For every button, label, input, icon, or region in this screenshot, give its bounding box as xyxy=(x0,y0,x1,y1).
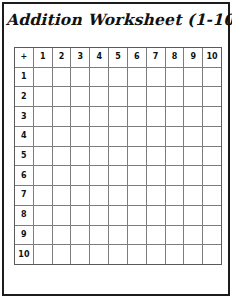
answer-cell-r1-c10 xyxy=(203,68,221,87)
answer-cell-r6-c8 xyxy=(166,166,184,185)
answer-cell-r3-c4 xyxy=(90,107,108,126)
answer-cell-r8-c4 xyxy=(90,206,108,225)
answer-cell-r4-c7 xyxy=(147,127,165,146)
answer-cell-r10-c4 xyxy=(90,245,108,264)
answer-cell-r7-c2 xyxy=(53,186,71,205)
answer-cell-r1-c6 xyxy=(128,68,146,87)
corner-plus-cell: + xyxy=(15,48,33,67)
answer-cell-r10-c9 xyxy=(184,245,202,264)
answer-cell-r8-c9 xyxy=(184,206,202,225)
answer-cell-r4-c2 xyxy=(53,127,71,146)
answer-cell-r4-c3 xyxy=(71,127,89,146)
answer-cell-r1-c1 xyxy=(34,68,52,87)
answer-cell-r9-c2 xyxy=(53,226,71,245)
column-header-8: 8 xyxy=(166,48,184,67)
answer-cell-r2-c2 xyxy=(53,87,71,106)
answer-cell-r3-c2 xyxy=(53,107,71,126)
row-header-3: 3 xyxy=(15,107,33,126)
answer-cell-r2-c10 xyxy=(203,87,221,106)
answer-cell-r2-c8 xyxy=(166,87,184,106)
row-header-9: 9 xyxy=(15,226,33,245)
answer-cell-r6-c5 xyxy=(109,166,127,185)
answer-cell-r8-c10 xyxy=(203,206,221,225)
answer-cell-r1-c3 xyxy=(71,68,89,87)
answer-cell-r3-c5 xyxy=(109,107,127,126)
answer-cell-r2-c9 xyxy=(184,87,202,106)
answer-cell-r1-c9 xyxy=(184,68,202,87)
column-header-4: 4 xyxy=(90,48,108,67)
column-header-6: 6 xyxy=(128,48,146,67)
answer-cell-r8-c5 xyxy=(109,206,127,225)
answer-cell-r7-c7 xyxy=(147,186,165,205)
answer-cell-r5-c1 xyxy=(34,147,52,166)
answer-cell-r4-c8 xyxy=(166,127,184,146)
answer-cell-r10-c7 xyxy=(147,245,165,264)
answer-cell-r6-c1 xyxy=(34,166,52,185)
answer-cell-r10-c8 xyxy=(166,245,184,264)
row-header-2: 2 xyxy=(15,87,33,106)
answer-cell-r7-c5 xyxy=(109,186,127,205)
answer-cell-r3-c7 xyxy=(147,107,165,126)
answer-cell-r1-c7 xyxy=(147,68,165,87)
answer-cell-r5-c8 xyxy=(166,147,184,166)
row-header-7: 7 xyxy=(15,186,33,205)
answer-cell-r4-c4 xyxy=(90,127,108,146)
answer-cell-r5-c9 xyxy=(184,147,202,166)
column-header-7: 7 xyxy=(147,48,165,67)
answer-cell-r7-c6 xyxy=(128,186,146,205)
answer-cell-r2-c3 xyxy=(71,87,89,106)
answer-cell-r3-c9 xyxy=(184,107,202,126)
addition-table-grid: +1234567891012345678910 xyxy=(14,47,222,265)
answer-cell-r1-c5 xyxy=(109,68,127,87)
row-header-6: 6 xyxy=(15,166,33,185)
answer-cell-r5-c6 xyxy=(128,147,146,166)
answer-cell-r4-c1 xyxy=(34,127,52,146)
answer-cell-r6-c7 xyxy=(147,166,165,185)
answer-cell-r9-c9 xyxy=(184,226,202,245)
column-header-1: 1 xyxy=(34,48,52,67)
answer-cell-r7-c1 xyxy=(34,186,52,205)
answer-cell-r4-c10 xyxy=(203,127,221,146)
answer-cell-r1-c4 xyxy=(90,68,108,87)
answer-cell-r4-c9 xyxy=(184,127,202,146)
answer-cell-r1-c8 xyxy=(166,68,184,87)
answer-cell-r9-c4 xyxy=(90,226,108,245)
row-header-4: 4 xyxy=(15,127,33,146)
answer-cell-r2-c7 xyxy=(147,87,165,106)
answer-cell-r3-c3 xyxy=(71,107,89,126)
answer-cell-r3-c10 xyxy=(203,107,221,126)
answer-cell-r8-c1 xyxy=(34,206,52,225)
answer-cell-r8-c2 xyxy=(53,206,71,225)
answer-cell-r9-c8 xyxy=(166,226,184,245)
answer-cell-r8-c8 xyxy=(166,206,184,225)
answer-cell-r10-c2 xyxy=(53,245,71,264)
answer-cell-r6-c4 xyxy=(90,166,108,185)
answer-cell-r10-c6 xyxy=(128,245,146,264)
answer-cell-r2-c5 xyxy=(109,87,127,106)
row-header-10: 10 xyxy=(15,245,33,264)
answer-cell-r1-c2 xyxy=(53,68,71,87)
answer-cell-r9-c6 xyxy=(128,226,146,245)
column-header-10: 10 xyxy=(203,48,221,67)
column-header-9: 9 xyxy=(184,48,202,67)
answer-cell-r7-c10 xyxy=(203,186,221,205)
answer-cell-r5-c4 xyxy=(90,147,108,166)
answer-cell-r4-c6 xyxy=(128,127,146,146)
answer-cell-r4-c5 xyxy=(109,127,127,146)
answer-cell-r5-c7 xyxy=(147,147,165,166)
row-header-1: 1 xyxy=(15,68,33,87)
answer-cell-r2-c1 xyxy=(34,87,52,106)
answer-cell-r6-c3 xyxy=(71,166,89,185)
answer-cell-r3-c8 xyxy=(166,107,184,126)
worksheet-title: Addition Worksheet (1-10) xyxy=(6,10,226,29)
answer-cell-r6-c10 xyxy=(203,166,221,185)
answer-cell-r10-c10 xyxy=(203,245,221,264)
answer-cell-r7-c3 xyxy=(71,186,89,205)
answer-cell-r9-c10 xyxy=(203,226,221,245)
answer-cell-r9-c1 xyxy=(34,226,52,245)
answer-cell-r6-c2 xyxy=(53,166,71,185)
answer-cell-r7-c9 xyxy=(184,186,202,205)
answer-cell-r5-c5 xyxy=(109,147,127,166)
answer-cell-r6-c6 xyxy=(128,166,146,185)
answer-cell-r7-c8 xyxy=(166,186,184,205)
answer-cell-r2-c4 xyxy=(90,87,108,106)
answer-cell-r6-c9 xyxy=(184,166,202,185)
answer-cell-r5-c3 xyxy=(71,147,89,166)
column-header-2: 2 xyxy=(53,48,71,67)
row-header-5: 5 xyxy=(15,147,33,166)
answer-cell-r8-c3 xyxy=(71,206,89,225)
answer-cell-r9-c7 xyxy=(147,226,165,245)
answer-cell-r3-c1 xyxy=(34,107,52,126)
answer-cell-r5-c10 xyxy=(203,147,221,166)
answer-cell-r7-c4 xyxy=(90,186,108,205)
answer-cell-r9-c3 xyxy=(71,226,89,245)
answer-cell-r9-c5 xyxy=(109,226,127,245)
answer-cell-r3-c6 xyxy=(128,107,146,126)
column-header-5: 5 xyxy=(109,48,127,67)
answer-cell-r5-c2 xyxy=(53,147,71,166)
answer-cell-r10-c1 xyxy=(34,245,52,264)
answer-cell-r2-c6 xyxy=(128,87,146,106)
answer-cell-r10-c3 xyxy=(71,245,89,264)
column-header-3: 3 xyxy=(71,48,89,67)
answer-cell-r8-c7 xyxy=(147,206,165,225)
answer-cell-r10-c5 xyxy=(109,245,127,264)
row-header-8: 8 xyxy=(15,206,33,225)
answer-cell-r8-c6 xyxy=(128,206,146,225)
